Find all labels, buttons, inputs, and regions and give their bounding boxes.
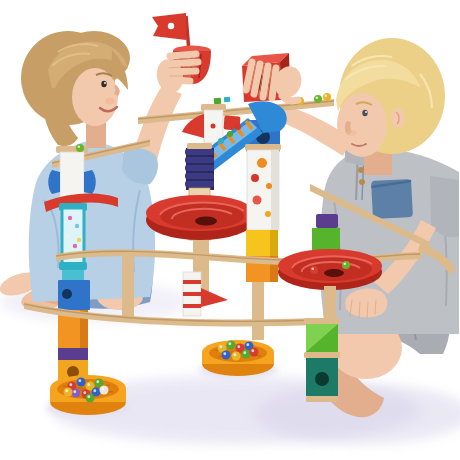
red-spiral-right xyxy=(278,249,382,290)
left-boy-eye xyxy=(101,81,106,87)
pillar-stripe xyxy=(183,304,201,308)
marble-glint xyxy=(219,345,222,348)
marble-glint xyxy=(325,95,328,98)
marble xyxy=(77,378,86,387)
right-boy-left-hand xyxy=(246,62,305,101)
marble-glint xyxy=(73,390,76,393)
red-wedge xyxy=(201,288,228,307)
marble xyxy=(86,394,95,403)
scene-svg: hape xyxy=(0,0,460,460)
peg xyxy=(218,138,224,144)
right-boy-ear xyxy=(391,108,405,128)
pillar-stripe xyxy=(183,280,201,284)
henley-button xyxy=(359,179,365,185)
cube-hole xyxy=(62,289,72,299)
marble xyxy=(242,350,251,359)
spiral-hole xyxy=(195,217,217,226)
wood-cap xyxy=(304,352,340,358)
marble-glint xyxy=(69,383,72,386)
stack-cap xyxy=(187,143,212,149)
blue-clip xyxy=(84,170,96,194)
marble xyxy=(227,341,236,350)
peg xyxy=(235,124,241,130)
flag-logo xyxy=(168,23,174,29)
eye-glint xyxy=(104,82,106,84)
pillar-dot xyxy=(211,124,216,129)
finger xyxy=(168,62,198,64)
plum-cap xyxy=(316,214,338,228)
blue-clip xyxy=(48,170,60,194)
tower-dot xyxy=(253,196,262,205)
marble-glint xyxy=(78,146,81,149)
pillar-stripe xyxy=(183,292,201,296)
green-tower xyxy=(304,318,340,402)
marble-glint xyxy=(228,342,231,345)
marble xyxy=(76,144,84,152)
marble-glint xyxy=(93,389,96,392)
marble-glint xyxy=(65,389,68,392)
wood-base xyxy=(306,396,338,402)
purple-band xyxy=(58,348,88,360)
basin-center xyxy=(198,340,278,378)
marble xyxy=(323,93,331,101)
marble-glint xyxy=(233,353,236,356)
marble-glint xyxy=(251,349,254,352)
peg xyxy=(224,97,230,103)
red-spiral-left xyxy=(146,195,254,240)
marble xyxy=(310,266,318,274)
marble-glint xyxy=(101,387,104,390)
thumb xyxy=(172,80,190,81)
tower-dot xyxy=(251,174,259,182)
finger xyxy=(263,66,268,97)
wood-cap xyxy=(304,318,340,324)
henley-button xyxy=(358,167,364,173)
marble xyxy=(314,95,322,103)
tower-dot xyxy=(266,183,272,189)
marble xyxy=(250,348,259,357)
wood-post xyxy=(324,286,336,322)
tower-shade xyxy=(271,150,279,230)
marble xyxy=(342,261,350,269)
left-boy-face xyxy=(72,68,118,126)
wood-post xyxy=(122,252,134,322)
marble xyxy=(100,386,109,395)
marble-glint xyxy=(78,379,81,382)
finger xyxy=(272,68,276,98)
marble-glint xyxy=(223,352,226,355)
marble-glint xyxy=(344,263,347,266)
peg xyxy=(227,131,233,137)
right-boy-cheek xyxy=(347,130,357,136)
marble-glint xyxy=(243,351,246,354)
marble-glint xyxy=(87,383,90,386)
peg xyxy=(214,98,221,105)
wood-post xyxy=(252,282,264,340)
marble-glint xyxy=(312,268,315,271)
marble xyxy=(72,389,81,398)
aqua-joint xyxy=(62,270,84,280)
marble xyxy=(232,352,241,361)
cube-hole xyxy=(315,372,329,386)
marble-glint xyxy=(96,380,99,383)
marble xyxy=(222,351,231,360)
marble-glint xyxy=(237,345,240,348)
tube-cap xyxy=(59,262,87,270)
marble xyxy=(64,388,73,397)
eye-glint xyxy=(365,111,367,113)
tower-dot xyxy=(265,211,271,217)
purple-stack xyxy=(185,149,214,187)
marble-glint xyxy=(87,395,90,398)
yellow-shade xyxy=(270,230,278,256)
tower-dot xyxy=(257,158,267,168)
finger xyxy=(168,71,196,72)
marble-glint xyxy=(316,97,319,100)
right-boy-eye xyxy=(362,110,367,116)
spiral-hole xyxy=(324,269,344,277)
tower-cap xyxy=(245,144,281,150)
photo-scene: hape xyxy=(0,0,460,460)
finger xyxy=(170,54,196,56)
marble-glint xyxy=(83,391,86,394)
basin-left xyxy=(46,375,130,416)
left-boy-cheek xyxy=(105,98,115,105)
marble-glint xyxy=(246,343,249,346)
